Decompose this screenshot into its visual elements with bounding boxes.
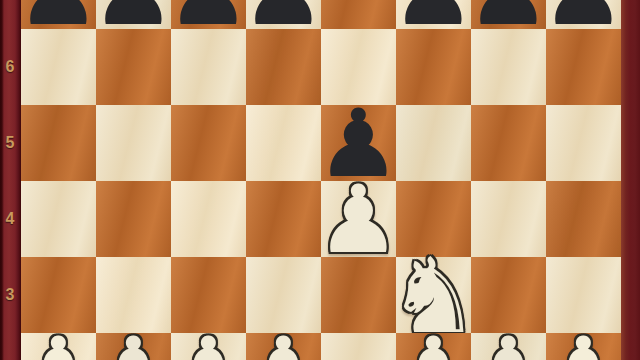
rank-label-3: 3 bbox=[0, 284, 20, 306]
square-a2[interactable]: ♟ bbox=[21, 333, 96, 360]
rank-label-4: 4 bbox=[0, 208, 20, 230]
square-g6[interactable] bbox=[471, 29, 546, 105]
square-h4[interactable] bbox=[546, 181, 621, 257]
square-d2[interactable]: ♟ bbox=[246, 333, 321, 360]
square-f2[interactable]: ♟ bbox=[396, 333, 471, 360]
square-e2[interactable] bbox=[321, 333, 396, 360]
square-b2[interactable]: ♟ bbox=[96, 333, 171, 360]
square-d6[interactable] bbox=[246, 29, 321, 105]
square-h5[interactable] bbox=[546, 105, 621, 181]
board-border-right bbox=[621, 0, 640, 360]
white-pawn-a2[interactable]: ♟ bbox=[16, 325, 100, 360]
square-e4[interactable]: ♟ bbox=[321, 181, 396, 257]
square-b7[interactable]: ♟ bbox=[96, 0, 171, 29]
square-b4[interactable] bbox=[96, 181, 171, 257]
white-pawn-d2[interactable]: ♟ bbox=[241, 325, 325, 360]
square-e7[interactable] bbox=[321, 0, 396, 29]
square-a6[interactable] bbox=[21, 29, 96, 105]
square-g5[interactable] bbox=[471, 105, 546, 181]
chessboard-viewport: ♜♞♝♛♚♝♞♜♟♟♟♟♟♟♟♟♟♞♟♟♟♟♟♟♟♜♞♝♛♚♝♜ 6 5 4 3 bbox=[0, 0, 640, 360]
square-a4[interactable] bbox=[21, 181, 96, 257]
square-f5[interactable] bbox=[396, 105, 471, 181]
rank-label-5: 5 bbox=[0, 132, 20, 154]
square-c5[interactable] bbox=[171, 105, 246, 181]
white-pawn-h2[interactable]: ♟ bbox=[541, 325, 625, 360]
square-g7[interactable]: ♟ bbox=[471, 0, 546, 29]
square-b5[interactable] bbox=[96, 105, 171, 181]
square-a7[interactable]: ♟ bbox=[21, 0, 96, 29]
square-c2[interactable]: ♟ bbox=[171, 333, 246, 360]
square-c6[interactable] bbox=[171, 29, 246, 105]
chessboard: ♜♞♝♛♚♝♞♜♟♟♟♟♟♟♟♟♟♞♟♟♟♟♟♟♟♜♞♝♛♚♝♜ bbox=[21, 0, 621, 360]
square-d5[interactable] bbox=[246, 105, 321, 181]
square-e3[interactable] bbox=[321, 257, 396, 333]
square-b6[interactable] bbox=[96, 29, 171, 105]
square-a5[interactable] bbox=[21, 105, 96, 181]
square-g4[interactable] bbox=[471, 181, 546, 257]
white-pawn-f2[interactable]: ♟ bbox=[391, 325, 475, 360]
square-f6[interactable] bbox=[396, 29, 471, 105]
white-pawn-g2[interactable]: ♟ bbox=[466, 325, 550, 360]
square-f7[interactable]: ♟ bbox=[396, 0, 471, 29]
square-c7[interactable]: ♟ bbox=[171, 0, 246, 29]
rank-label-6: 6 bbox=[0, 56, 20, 78]
square-h2[interactable]: ♟ bbox=[546, 333, 621, 360]
square-c4[interactable] bbox=[171, 181, 246, 257]
board-border-left: 6 5 4 3 bbox=[0, 0, 21, 360]
square-g2[interactable]: ♟ bbox=[471, 333, 546, 360]
square-h6[interactable] bbox=[546, 29, 621, 105]
white-pawn-b2[interactable]: ♟ bbox=[91, 325, 175, 360]
white-pawn-c2[interactable]: ♟ bbox=[166, 325, 250, 360]
square-d4[interactable] bbox=[246, 181, 321, 257]
square-d7[interactable]: ♟ bbox=[246, 0, 321, 29]
square-h7[interactable]: ♟ bbox=[546, 0, 621, 29]
